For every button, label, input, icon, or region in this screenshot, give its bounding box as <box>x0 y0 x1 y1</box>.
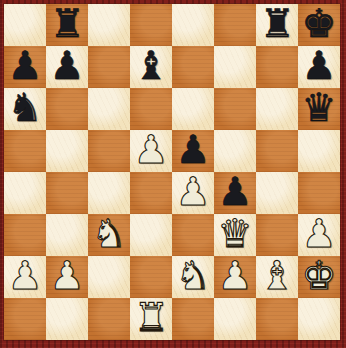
square-h1[interactable] <box>298 298 340 340</box>
square-b4[interactable] <box>46 172 88 214</box>
square-f7[interactable] <box>214 46 256 88</box>
square-f6[interactable] <box>214 88 256 130</box>
white-king-h2[interactable]: ♚ <box>302 255 337 297</box>
square-e4[interactable]: ♟ <box>172 172 214 214</box>
white-bishop-g2[interactable]: ♝ <box>260 255 295 297</box>
square-d7[interactable]: ♝ <box>130 46 172 88</box>
square-c7[interactable] <box>88 46 130 88</box>
black-knight-a6[interactable]: ♞ <box>8 87 43 129</box>
square-e1[interactable] <box>172 298 214 340</box>
square-d4[interactable] <box>130 172 172 214</box>
black-king-h8[interactable]: ♚ <box>302 3 337 45</box>
square-e6[interactable] <box>172 88 214 130</box>
square-b2[interactable]: ♟ <box>46 256 88 298</box>
white-knight-e2[interactable]: ♞ <box>176 255 211 297</box>
square-e5[interactable]: ♟ <box>172 130 214 172</box>
square-c3[interactable]: ♞ <box>88 214 130 256</box>
black-rook-g8[interactable]: ♜ <box>260 3 295 45</box>
board-frame: ♜♜♚♟♟♝♟♞♛♟♟♟♟♞♛♟♟♟♞♟♝♚♜ <box>0 0 346 348</box>
square-c8[interactable] <box>88 4 130 46</box>
square-b8[interactable]: ♜ <box>46 4 88 46</box>
square-f2[interactable]: ♟ <box>214 256 256 298</box>
square-g6[interactable] <box>256 88 298 130</box>
square-d3[interactable] <box>130 214 172 256</box>
square-g7[interactable] <box>256 46 298 88</box>
square-b5[interactable] <box>46 130 88 172</box>
square-d1[interactable]: ♜ <box>130 298 172 340</box>
black-rook-b8[interactable]: ♜ <box>50 3 85 45</box>
square-h6[interactable]: ♛ <box>298 88 340 130</box>
square-h4[interactable] <box>298 172 340 214</box>
square-h8[interactable]: ♚ <box>298 4 340 46</box>
square-a3[interactable] <box>4 214 46 256</box>
square-c2[interactable] <box>88 256 130 298</box>
square-e7[interactable] <box>172 46 214 88</box>
square-g3[interactable] <box>256 214 298 256</box>
white-pawn-h3[interactable]: ♟ <box>302 213 337 255</box>
white-pawn-a2[interactable]: ♟ <box>8 255 43 297</box>
square-h7[interactable]: ♟ <box>298 46 340 88</box>
square-f5[interactable] <box>214 130 256 172</box>
square-g4[interactable] <box>256 172 298 214</box>
square-g5[interactable] <box>256 130 298 172</box>
square-a5[interactable] <box>4 130 46 172</box>
square-a6[interactable]: ♞ <box>4 88 46 130</box>
square-d5[interactable]: ♟ <box>130 130 172 172</box>
black-pawn-f4[interactable]: ♟ <box>218 171 253 213</box>
white-pawn-d5[interactable]: ♟ <box>134 129 169 171</box>
white-pawn-f2[interactable]: ♟ <box>218 255 253 297</box>
square-b6[interactable] <box>46 88 88 130</box>
black-pawn-b7[interactable]: ♟ <box>50 45 85 87</box>
black-pawn-h7[interactable]: ♟ <box>302 45 337 87</box>
square-e3[interactable] <box>172 214 214 256</box>
white-knight-c3[interactable]: ♞ <box>92 213 127 255</box>
white-pawn-b2[interactable]: ♟ <box>50 255 85 297</box>
square-e8[interactable] <box>172 4 214 46</box>
black-bishop-d7[interactable]: ♝ <box>134 45 169 87</box>
square-h2[interactable]: ♚ <box>298 256 340 298</box>
square-a2[interactable]: ♟ <box>4 256 46 298</box>
black-pawn-a7[interactable]: ♟ <box>8 45 43 87</box>
square-d2[interactable] <box>130 256 172 298</box>
square-b7[interactable]: ♟ <box>46 46 88 88</box>
black-pawn-e5[interactable]: ♟ <box>176 129 211 171</box>
square-h5[interactable] <box>298 130 340 172</box>
white-pawn-e4[interactable]: ♟ <box>176 171 211 213</box>
square-f4[interactable]: ♟ <box>214 172 256 214</box>
black-queen-h6[interactable]: ♛ <box>302 87 337 129</box>
square-a8[interactable] <box>4 4 46 46</box>
square-a4[interactable] <box>4 172 46 214</box>
square-h3[interactable]: ♟ <box>298 214 340 256</box>
square-c6[interactable] <box>88 88 130 130</box>
square-g2[interactable]: ♝ <box>256 256 298 298</box>
square-a7[interactable]: ♟ <box>4 46 46 88</box>
square-d8[interactable] <box>130 4 172 46</box>
white-rook-d1[interactable]: ♜ <box>134 297 169 339</box>
square-c5[interactable] <box>88 130 130 172</box>
square-c1[interactable] <box>88 298 130 340</box>
square-a1[interactable] <box>4 298 46 340</box>
square-d6[interactable] <box>130 88 172 130</box>
square-b1[interactable] <box>46 298 88 340</box>
square-f1[interactable] <box>214 298 256 340</box>
square-g8[interactable]: ♜ <box>256 4 298 46</box>
square-c4[interactable] <box>88 172 130 214</box>
square-f3[interactable]: ♛ <box>214 214 256 256</box>
square-g1[interactable] <box>256 298 298 340</box>
square-e2[interactable]: ♞ <box>172 256 214 298</box>
white-queen-f3[interactable]: ♛ <box>218 213 253 255</box>
square-b3[interactable] <box>46 214 88 256</box>
chess-board: ♜♜♚♟♟♝♟♞♛♟♟♟♟♞♛♟♟♟♞♟♝♚♜ <box>4 4 340 340</box>
square-f8[interactable] <box>214 4 256 46</box>
